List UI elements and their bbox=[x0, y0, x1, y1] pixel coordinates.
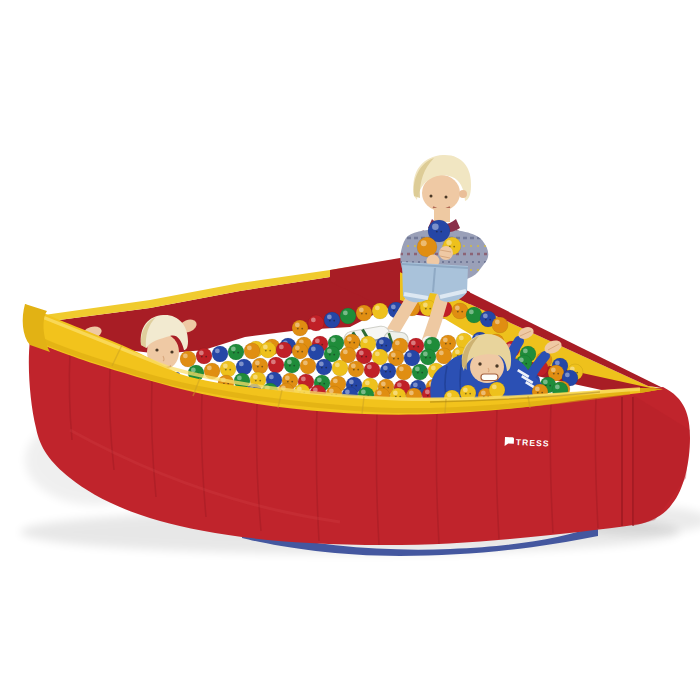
ball bbox=[252, 358, 268, 374]
ball bbox=[332, 360, 348, 376]
ball bbox=[324, 312, 340, 328]
ball bbox=[489, 382, 505, 398]
product-photo: TRESS bbox=[0, 0, 700, 700]
ball bbox=[196, 348, 212, 364]
ball bbox=[244, 343, 260, 359]
ball bbox=[348, 361, 364, 377]
ball bbox=[236, 359, 252, 375]
ball bbox=[276, 342, 292, 358]
ball-pool-scene: TRESS bbox=[0, 0, 700, 700]
ball bbox=[412, 364, 428, 380]
ball bbox=[260, 342, 276, 358]
ball bbox=[316, 359, 332, 375]
ball bbox=[420, 349, 436, 365]
ball bbox=[364, 362, 380, 378]
ball bbox=[228, 344, 244, 360]
ball bbox=[220, 361, 236, 377]
ball bbox=[380, 363, 396, 379]
ball bbox=[492, 317, 508, 333]
ball bbox=[308, 344, 324, 360]
brand-logo-text: TRESS bbox=[516, 437, 550, 448]
ball bbox=[396, 364, 412, 380]
ball bbox=[356, 305, 372, 321]
ball bbox=[340, 308, 356, 324]
ball bbox=[417, 237, 437, 257]
ball bbox=[372, 303, 388, 319]
ball bbox=[466, 307, 482, 323]
ball bbox=[452, 303, 468, 319]
ball bbox=[180, 351, 196, 367]
ball bbox=[212, 346, 228, 362]
ball bbox=[292, 320, 308, 336]
ball bbox=[308, 315, 324, 331]
ball bbox=[292, 343, 308, 359]
ball bbox=[284, 357, 300, 373]
ball bbox=[268, 357, 284, 373]
ball bbox=[300, 358, 316, 374]
ball bbox=[404, 350, 420, 366]
